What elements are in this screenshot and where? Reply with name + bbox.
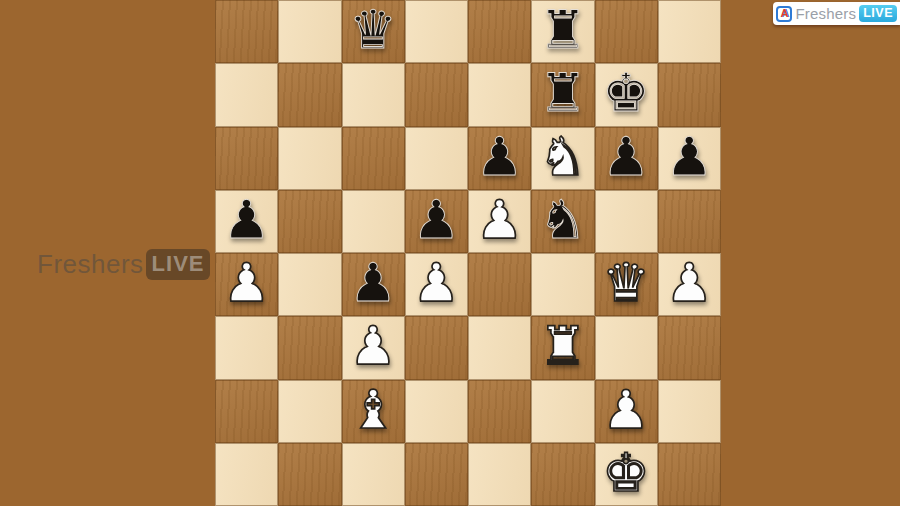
square-h4[interactable]: ♟ <box>658 253 721 316</box>
square-d2[interactable] <box>405 380 468 443</box>
square-d7[interactable] <box>405 63 468 126</box>
square-f1[interactable] <box>531 443 594 506</box>
white-pawn[interactable]: ♟ <box>413 256 461 309</box>
square-a5[interactable]: ♟ <box>215 190 278 253</box>
black-pawn[interactable]: ♟ <box>476 130 524 183</box>
square-f8[interactable]: ♜ <box>531 0 594 63</box>
square-b1[interactable] <box>278 443 341 506</box>
white-pawn[interactable]: ♟ <box>666 256 714 309</box>
square-b2[interactable] <box>278 380 341 443</box>
square-d1[interactable] <box>405 443 468 506</box>
white-pawn[interactable]: ♟ <box>223 256 271 309</box>
square-e3[interactable] <box>468 316 531 379</box>
square-c8[interactable]: ♛ <box>342 0 405 63</box>
square-e5[interactable]: ♟ <box>468 190 531 253</box>
square-h5[interactable] <box>658 190 721 253</box>
square-f2[interactable] <box>531 380 594 443</box>
square-c5[interactable] <box>342 190 405 253</box>
square-g7[interactable]: ♚ <box>595 63 658 126</box>
black-king[interactable]: ♚ <box>602 66 650 119</box>
square-b7[interactable] <box>278 63 341 126</box>
square-b3[interactable] <box>278 316 341 379</box>
black-pawn[interactable]: ♟ <box>413 193 461 246</box>
square-a3[interactable] <box>215 316 278 379</box>
square-a4[interactable]: ♟ <box>215 253 278 316</box>
square-e6[interactable]: ♟ <box>468 127 531 190</box>
black-rook[interactable]: ♜ <box>539 3 587 56</box>
square-e1[interactable] <box>468 443 531 506</box>
site-logo-icon: A <box>776 6 792 22</box>
page: ♛♜♜♚♟♞♟♟♟♟♟♞♟♟♟♛♟♟♜♝♟♚ Freshers LIVE A F… <box>0 0 900 506</box>
square-c2[interactable]: ♝ <box>342 380 405 443</box>
watermark-logo: Freshers LIVE <box>37 249 210 280</box>
square-g3[interactable] <box>595 316 658 379</box>
black-pawn[interactable]: ♟ <box>223 193 271 246</box>
square-g4[interactable]: ♛ <box>595 253 658 316</box>
chess-board: ♛♜♜♚♟♞♟♟♟♟♟♞♟♟♟♛♟♟♜♝♟♚ <box>215 0 721 506</box>
black-pawn[interactable]: ♟ <box>349 256 397 309</box>
square-c4[interactable]: ♟ <box>342 253 405 316</box>
square-g5[interactable] <box>595 190 658 253</box>
black-pawn[interactable]: ♟ <box>602 130 650 183</box>
square-b5[interactable] <box>278 190 341 253</box>
square-e2[interactable] <box>468 380 531 443</box>
square-h6[interactable]: ♟ <box>658 127 721 190</box>
square-a1[interactable] <box>215 443 278 506</box>
square-h8[interactable] <box>658 0 721 63</box>
black-rook[interactable]: ♜ <box>539 66 587 119</box>
white-king[interactable]: ♚ <box>602 446 650 499</box>
square-a6[interactable] <box>215 127 278 190</box>
square-a8[interactable] <box>215 0 278 63</box>
square-h7[interactable] <box>658 63 721 126</box>
square-f3[interactable]: ♜ <box>531 316 594 379</box>
square-d4[interactable]: ♟ <box>405 253 468 316</box>
square-d5[interactable]: ♟ <box>405 190 468 253</box>
square-f6[interactable]: ♞ <box>531 127 594 190</box>
square-e4[interactable] <box>468 253 531 316</box>
white-rook[interactable]: ♜ <box>539 319 587 372</box>
square-f7[interactable]: ♜ <box>531 63 594 126</box>
square-g1[interactable]: ♚ <box>595 443 658 506</box>
square-e7[interactable] <box>468 63 531 126</box>
site-logo-brand-text: Freshers <box>795 5 856 22</box>
white-pawn[interactable]: ♟ <box>602 383 650 436</box>
square-c1[interactable] <box>342 443 405 506</box>
square-c3[interactable]: ♟ <box>342 316 405 379</box>
square-d6[interactable] <box>405 127 468 190</box>
square-b6[interactable] <box>278 127 341 190</box>
site-logo-live-badge: LIVE <box>859 5 897 23</box>
square-g2[interactable]: ♟ <box>595 380 658 443</box>
black-knight[interactable]: ♞ <box>539 193 587 246</box>
site-logo: A Freshers LIVE <box>773 2 900 25</box>
square-b4[interactable] <box>278 253 341 316</box>
square-d8[interactable] <box>405 0 468 63</box>
square-f4[interactable] <box>531 253 594 316</box>
white-knight[interactable]: ♞ <box>539 130 587 183</box>
square-c6[interactable] <box>342 127 405 190</box>
watermark-live-badge: LIVE <box>146 249 211 280</box>
black-queen[interactable]: ♛ <box>349 3 397 56</box>
watermark-brand-text: Freshers <box>37 249 144 280</box>
square-h1[interactable] <box>658 443 721 506</box>
black-pawn[interactable]: ♟ <box>666 130 714 183</box>
white-bishop[interactable]: ♝ <box>349 383 397 436</box>
square-a7[interactable] <box>215 63 278 126</box>
square-f5[interactable]: ♞ <box>531 190 594 253</box>
square-e8[interactable] <box>468 0 531 63</box>
square-g8[interactable] <box>595 0 658 63</box>
square-h2[interactable] <box>658 380 721 443</box>
square-d3[interactable] <box>405 316 468 379</box>
white-queen[interactable]: ♛ <box>602 256 650 309</box>
square-g6[interactable]: ♟ <box>595 127 658 190</box>
white-pawn[interactable]: ♟ <box>349 319 397 372</box>
square-h3[interactable] <box>658 316 721 379</box>
square-c7[interactable] <box>342 63 405 126</box>
square-b8[interactable] <box>278 0 341 63</box>
square-a2[interactable] <box>215 380 278 443</box>
white-pawn[interactable]: ♟ <box>476 193 524 246</box>
